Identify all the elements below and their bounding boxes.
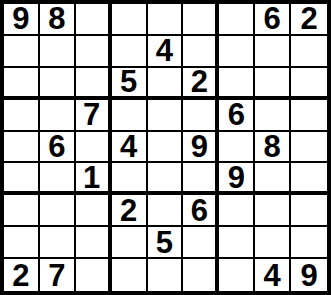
sudoku-cell-r4c1[interactable] (4, 100, 40, 132)
sudoku-cell-r3c7[interactable] (219, 68, 255, 100)
sudoku-cell-r2c9[interactable] (291, 36, 327, 68)
sudoku-cell-r4c9[interactable] (291, 100, 327, 132)
sudoku-cell-r1c5[interactable] (148, 4, 184, 36)
sudoku-cell-r6c3: 1 (76, 163, 112, 195)
sudoku-cell-r4c7: 6 (219, 100, 255, 132)
sudoku-cell-r4c4[interactable] (112, 100, 148, 132)
sudoku-cell-r7c3[interactable] (76, 195, 112, 227)
sudoku-cell-r7c4: 2 (112, 195, 148, 227)
sudoku-cell-r4c2[interactable] (40, 100, 76, 132)
sudoku-cell-r5c8: 8 (255, 132, 291, 164)
sudoku-cell-r5c4: 4 (112, 132, 148, 164)
sudoku-cell-r9c4[interactable] (112, 259, 148, 291)
sudoku-cell-r7c8[interactable] (255, 195, 291, 227)
sudoku-cell-r5c2: 6 (40, 132, 76, 164)
sudoku-cell-r9c8: 4 (255, 259, 291, 291)
sudoku-cell-r1c7[interactable] (219, 4, 255, 36)
sudoku-cell-r6c5[interactable] (148, 163, 184, 195)
sudoku-cell-r1c8: 6 (255, 4, 291, 36)
sudoku-cell-r6c4[interactable] (112, 163, 148, 195)
sudoku-cell-r9c9: 9 (291, 259, 327, 291)
sudoku-cell-r4c6[interactable] (183, 100, 219, 132)
sudoku-cell-r4c5[interactable] (148, 100, 184, 132)
sudoku-cell-r2c4[interactable] (112, 36, 148, 68)
sudoku-cell-r7c6: 6 (183, 195, 219, 227)
sudoku-cell-r8c7[interactable] (219, 227, 255, 259)
sudoku-cell-r8c6[interactable] (183, 227, 219, 259)
sudoku-cell-r8c9[interactable] (291, 227, 327, 259)
sudoku-cell-r6c9[interactable] (291, 163, 327, 195)
sudoku-cell-r9c6[interactable] (183, 259, 219, 291)
sudoku-cell-r6c1[interactable] (4, 163, 40, 195)
sudoku-cell-r7c9[interactable] (291, 195, 327, 227)
sudoku-cell-r7c5[interactable] (148, 195, 184, 227)
sudoku-cell-r1c9: 2 (291, 4, 327, 36)
sudoku-cell-r6c6[interactable] (183, 163, 219, 195)
sudoku-cell-r1c2: 8 (40, 4, 76, 36)
sudoku-cell-r8c3[interactable] (76, 227, 112, 259)
sudoku-cell-r2c2[interactable] (40, 36, 76, 68)
sudoku-cell-r8c5: 5 (148, 227, 184, 259)
sudoku-board: 9862452766498192652749 (0, 0, 331, 295)
sudoku-cell-r6c7: 9 (219, 163, 255, 195)
sudoku-cell-r2c1[interactable] (4, 36, 40, 68)
sudoku-cell-r9c2: 7 (40, 259, 76, 291)
sudoku-cell-r3c9[interactable] (291, 68, 327, 100)
sudoku-cell-r8c8[interactable] (255, 227, 291, 259)
sudoku-cell-r9c7[interactable] (219, 259, 255, 291)
sudoku-cell-r3c3[interactable] (76, 68, 112, 100)
sudoku-cell-r3c8[interactable] (255, 68, 291, 100)
sudoku-cell-r3c5[interactable] (148, 68, 184, 100)
sudoku-cell-r9c5[interactable] (148, 259, 184, 291)
sudoku-cell-r5c1[interactable] (4, 132, 40, 164)
sudoku-cell-r8c1[interactable] (4, 227, 40, 259)
sudoku-cell-r6c8[interactable] (255, 163, 291, 195)
sudoku-cell-r9c1: 2 (4, 259, 40, 291)
sudoku-cell-r8c4[interactable] (112, 227, 148, 259)
sudoku-cell-r2c5: 4 (148, 36, 184, 68)
sudoku-cell-r3c4: 5 (112, 68, 148, 100)
sudoku-cell-r7c1[interactable] (4, 195, 40, 227)
sudoku-cell-r7c2[interactable] (40, 195, 76, 227)
sudoku-cell-r5c6: 9 (183, 132, 219, 164)
sudoku-cell-r5c9[interactable] (291, 132, 327, 164)
sudoku-cell-r1c4[interactable] (112, 4, 148, 36)
sudoku-cell-r5c3[interactable] (76, 132, 112, 164)
sudoku-cell-r1c1: 9 (4, 4, 40, 36)
sudoku-cell-r8c2[interactable] (40, 227, 76, 259)
sudoku-cell-r3c2[interactable] (40, 68, 76, 100)
sudoku-cell-r4c3: 7 (76, 100, 112, 132)
sudoku-cell-r3c1[interactable] (4, 68, 40, 100)
sudoku-cell-r4c8[interactable] (255, 100, 291, 132)
sudoku-cell-r9c3[interactable] (76, 259, 112, 291)
sudoku-cell-r5c5[interactable] (148, 132, 184, 164)
sudoku-cell-r2c6[interactable] (183, 36, 219, 68)
sudoku-cell-r2c7[interactable] (219, 36, 255, 68)
sudoku-cell-r1c3[interactable] (76, 4, 112, 36)
sudoku-cell-r5c7[interactable] (219, 132, 255, 164)
sudoku-cell-r2c3[interactable] (76, 36, 112, 68)
sudoku-cell-r6c2[interactable] (40, 163, 76, 195)
sudoku-cell-r1c6[interactable] (183, 4, 219, 36)
sudoku-cell-r7c7[interactable] (219, 195, 255, 227)
sudoku-cell-r3c6: 2 (183, 68, 219, 100)
sudoku-cell-r2c8[interactable] (255, 36, 291, 68)
